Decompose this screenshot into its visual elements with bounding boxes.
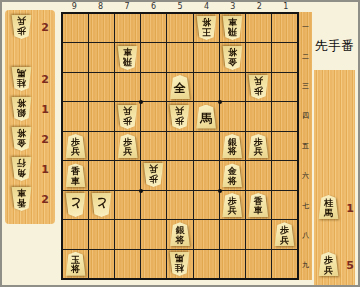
shogi-piece-gote[interactable]: 歩兵 [117, 105, 138, 129]
shogi-piece-gote[interactable]: 角行 [11, 157, 32, 181]
board-cell-7-4[interactable]: 歩兵 [115, 102, 140, 130]
piece-face: 歩兵 [274, 222, 295, 246]
column-label: 9 [61, 2, 87, 12]
piece-face: 金将 [222, 163, 243, 187]
board-cell-3-1[interactable]: 飛車 [220, 14, 245, 42]
board-cell-6-4[interactable] [141, 102, 166, 130]
board-cell-7-9[interactable] [115, 250, 140, 278]
board-cell-1-4[interactable] [272, 102, 297, 130]
piece-kanji: 車 [228, 17, 237, 27]
board-cell-6-1[interactable] [141, 14, 166, 42]
piece-kanji: 馬 [200, 112, 212, 125]
board-cell-3-2[interactable]: 金将 [220, 43, 245, 71]
board-cell-2-8[interactable] [246, 220, 271, 248]
board-cell-6-2[interactable] [141, 43, 166, 71]
row-label: 一 [299, 12, 312, 42]
shogi-piece-gote[interactable]: 歩兵 [169, 105, 190, 129]
board-cell-9-4[interactable] [63, 102, 88, 130]
captured-count: 2 [37, 21, 53, 34]
piece-kanji: 兵 [175, 106, 184, 116]
board-cell-5-8[interactable]: 銀将 [167, 220, 192, 248]
board-cell-5-3[interactable]: 全 [167, 73, 192, 101]
piece-face: 歩兵 [169, 105, 190, 129]
board-cell-6-8[interactable] [141, 220, 166, 248]
board-cell-4-4[interactable]: 馬 [194, 102, 219, 130]
piece-face: 飛車 [117, 46, 138, 70]
shogi-piece-sente[interactable]: 歩兵 [274, 222, 295, 246]
board-cell-4-9[interactable] [194, 250, 219, 278]
shogi-piece-sente[interactable]: 香車 [65, 163, 86, 187]
piece-face: 歩兵 [143, 163, 164, 187]
shogi-piece-gote[interactable]: 桂馬 [169, 252, 190, 276]
piece-kanji: 歩 [175, 115, 184, 125]
piece-face: と [65, 193, 86, 217]
hoshi-dot [218, 100, 222, 104]
piece-kanji: 飛 [123, 56, 132, 66]
shogi-piece-sente[interactable]: 桂馬 [318, 195, 339, 219]
piece-face: 玉将 [65, 252, 86, 276]
row-label: 三 [299, 72, 312, 102]
captured-count: 2 [37, 73, 53, 86]
board-cell-9-1[interactable] [63, 14, 88, 42]
piece-kanji: 兵 [324, 266, 333, 276]
piece-kanji: 車 [71, 177, 80, 187]
board-cell-9-3[interactable] [63, 73, 88, 101]
board-cell-7-7[interactable] [115, 191, 140, 219]
shogi-piece-sente[interactable]: 歩兵 [65, 134, 86, 158]
piece-kanji: 馬 [175, 253, 184, 263]
board-cell-2-1[interactable] [246, 14, 271, 42]
column-label: 4 [193, 2, 219, 12]
piece-kanji: 将 [202, 17, 211, 27]
board-cell-5-7[interactable] [167, 191, 192, 219]
board-cell-7-8[interactable] [115, 220, 140, 248]
board-cell-2-6[interactable] [246, 161, 271, 189]
piece-kanji: 兵 [254, 147, 263, 157]
piece-kanji: 全 [174, 82, 186, 95]
shogi-piece-gote[interactable]: 金将 [222, 46, 243, 70]
shogi-piece-sente[interactable]: 金将 [222, 163, 243, 187]
captured-count: 2 [37, 193, 53, 206]
board-cell-5-6[interactable] [167, 161, 192, 189]
board-cell-3-3[interactable] [220, 73, 245, 101]
piece-kanji: 兵 [71, 147, 80, 157]
piece-kanji: 歩 [254, 86, 263, 96]
piece-kanji: 王 [202, 27, 211, 37]
piece-kanji: と [69, 197, 81, 210]
piece-kanji: 角 [17, 168, 26, 178]
board-cell-2-5[interactable]: 歩兵 [246, 132, 271, 160]
board-cell-8-4[interactable] [89, 102, 114, 130]
hoshi-dot [218, 189, 222, 193]
captured-count: 5 [342, 259, 358, 272]
piece-face: 銀将 [169, 222, 190, 246]
piece-kanji: 将 [175, 236, 184, 246]
board-cell-8-5[interactable] [89, 132, 114, 160]
column-label: 7 [114, 2, 140, 12]
piece-kanji: 兵 [149, 164, 158, 174]
piece-kanji: 兵 [280, 236, 289, 246]
board-cell-2-2[interactable] [246, 43, 271, 71]
column-label: 1 [273, 2, 299, 12]
piece-kanji: 将 [228, 147, 237, 157]
board-cell-7-2[interactable]: 飛車 [115, 43, 140, 71]
piece-kanji: 桂 [17, 78, 26, 88]
shogi-piece-gote[interactable]: 金将 [11, 127, 32, 151]
piece-kanji: 将 [71, 265, 80, 275]
piece-kanji: 飛 [228, 27, 237, 37]
board-cell-4-5[interactable] [194, 132, 219, 160]
board-cell-1-5[interactable] [272, 132, 297, 160]
piece-kanji: 行 [17, 158, 26, 168]
captured-count: 1 [37, 103, 53, 116]
board-cell-8-8[interactable] [89, 220, 114, 248]
shogi-piece-sente[interactable]: 歩兵 [222, 193, 243, 217]
board-cell-5-4[interactable]: 歩兵 [167, 102, 192, 130]
piece-face: 銀将 [11, 97, 32, 121]
board-cell-3-7[interactable]: 歩兵 [220, 191, 245, 219]
board-cell-5-9[interactable]: 桂馬 [167, 250, 192, 278]
board-cell-4-3[interactable] [194, 73, 219, 101]
piece-kanji: 歩 [123, 115, 132, 125]
piece-face: 歩兵 [248, 75, 269, 99]
shogi-piece-gote[interactable]: と [65, 193, 86, 217]
shogi-piece-gote[interactable]: 銀将 [11, 97, 32, 121]
captured-count: 1 [37, 163, 53, 176]
piece-kanji: 兵 [228, 206, 237, 216]
captured-count: 1 [342, 202, 358, 215]
board-cell-2-4[interactable] [246, 102, 271, 130]
row-label: 八 [299, 220, 312, 250]
board-cell-6-6[interactable]: 歩兵 [141, 161, 166, 189]
board-cell-7-3[interactable] [115, 73, 140, 101]
board-cell-6-7[interactable] [141, 191, 166, 219]
board-cell-8-3[interactable] [89, 73, 114, 101]
board-cell-3-6[interactable]: 金将 [220, 161, 245, 189]
board-cell-7-1[interactable] [115, 14, 140, 42]
board-cell-9-2[interactable] [63, 43, 88, 71]
board-cell-6-5[interactable] [141, 132, 166, 160]
shogi-piece-gote[interactable]: と [91, 193, 112, 217]
piece-face: 桂馬 [11, 67, 32, 91]
piece-kanji: 金 [17, 138, 26, 148]
shogi-piece-sente[interactable]: 歩兵 [318, 252, 339, 276]
row-label: 六 [299, 161, 312, 191]
piece-face: 桂馬 [169, 252, 190, 276]
piece-kanji: 車 [254, 206, 263, 216]
piece-kanji: 将 [17, 128, 26, 138]
piece-face: 歩兵 [117, 134, 138, 158]
piece-face: 銀将 [222, 134, 243, 158]
piece-face: 飛車 [222, 16, 243, 40]
row-label: 七 [299, 191, 312, 221]
piece-face: 王将 [196, 16, 217, 40]
shogi-piece-gote[interactable]: 歩兵 [248, 75, 269, 99]
column-label: 2 [246, 2, 272, 12]
shogi-piece-gote[interactable]: 歩兵 [143, 163, 164, 187]
shogi-app-window: 987654321 王将飛車飛車金将全歩兵歩兵歩兵馬歩兵歩兵銀将歩兵香車歩兵金将… [0, 0, 360, 287]
sente-captured-stand: 桂馬1歩兵5 [314, 70, 355, 285]
board-cell-7-5[interactable]: 歩兵 [115, 132, 140, 160]
piece-kanji: と [96, 197, 108, 210]
piece-face: と [91, 193, 112, 217]
board-cell-5-2[interactable] [167, 43, 192, 71]
row-label: 二 [299, 42, 312, 72]
piece-kanji: 将 [17, 98, 26, 108]
board-cell-9-8[interactable] [63, 220, 88, 248]
board-frame: 王将飛車飛車金将全歩兵歩兵歩兵馬歩兵歩兵銀将歩兵香車歩兵金将とと歩兵香車銀将歩兵… [61, 12, 299, 280]
shogi-piece-sente[interactable]: 香車 [248, 193, 269, 217]
board-cell-1-7[interactable] [272, 191, 297, 219]
shogi-piece-sente[interactable]: 銀将 [169, 222, 190, 246]
piece-kanji: 将 [228, 177, 237, 187]
board-cell-2-7[interactable]: 香車 [246, 191, 271, 219]
piece-face: 香車 [65, 163, 86, 187]
board-cell-1-2[interactable] [272, 43, 297, 71]
shogi-piece-gote[interactable]: 香車 [11, 187, 32, 211]
shogi-piece-gote[interactable]: 飛車 [117, 46, 138, 70]
board-cell-8-6[interactable] [89, 161, 114, 189]
board-cell-1-6[interactable] [272, 161, 297, 189]
piece-kanji: 銀 [17, 108, 26, 118]
shogi-piece-gote[interactable]: 飛車 [222, 16, 243, 40]
column-label: 6 [140, 2, 166, 12]
board-cell-1-3[interactable] [272, 73, 297, 101]
piece-kanji: 車 [17, 188, 26, 198]
piece-face: 歩兵 [248, 134, 269, 158]
piece-kanji: 将 [228, 47, 237, 57]
piece-face: 香車 [11, 187, 32, 211]
board-cell-2-9[interactable] [246, 250, 271, 278]
board-cell-3-4[interactable] [220, 102, 245, 130]
board-cell-2-3[interactable]: 歩兵 [246, 73, 271, 101]
piece-kanji: 桂 [175, 262, 184, 272]
board-cell-4-1[interactable]: 王将 [194, 14, 219, 42]
shogi-piece-sente[interactable]: 馬 [196, 105, 217, 129]
board-cell-8-9[interactable] [89, 250, 114, 278]
board-cell-4-6[interactable] [194, 161, 219, 189]
piece-face: 金将 [11, 127, 32, 151]
board-cell-9-6[interactable]: 香車 [63, 161, 88, 189]
board-cell-1-1[interactable] [272, 14, 297, 42]
shogi-piece-sente[interactable]: 歩兵 [248, 134, 269, 158]
board-cell-9-7[interactable]: と [63, 191, 88, 219]
board-cell-7-6[interactable] [115, 161, 140, 189]
piece-face: 歩兵 [222, 193, 243, 217]
piece-kanji: 馬 [324, 209, 333, 219]
board-cell-1-9[interactable] [272, 250, 297, 278]
gote-captured-stand: 歩兵2桂馬2銀将1金将2角行1香車2 [5, 10, 55, 224]
piece-face: 馬 [196, 105, 217, 129]
piece-kanji: 車 [123, 47, 132, 57]
piece-face: 全 [169, 75, 190, 99]
board-cell-9-9[interactable]: 玉将 [63, 250, 88, 278]
shogi-piece-gote[interactable]: 歩兵 [11, 15, 32, 39]
captured-count: 2 [37, 133, 53, 146]
column-label: 5 [167, 2, 193, 12]
board-cell-6-9[interactable] [141, 250, 166, 278]
board-cell-4-8[interactable] [194, 220, 219, 248]
board-cell-3-9[interactable] [220, 250, 245, 278]
piece-face: 歩兵 [11, 15, 32, 39]
piece-kanji: 金 [228, 56, 237, 66]
row-label: 四 [299, 101, 312, 131]
piece-kanji: 兵 [123, 106, 132, 116]
column-labels: 987654321 [61, 2, 299, 12]
shogi-piece-gote[interactable]: 桂馬 [11, 67, 32, 91]
piece-face: 桂馬 [318, 195, 339, 219]
piece-face: 歩兵 [117, 105, 138, 129]
row-labels: 一二三四五六七八九 [299, 12, 312, 280]
board-cell-5-1[interactable] [167, 14, 192, 42]
board-cell-3-8[interactable] [220, 220, 245, 248]
column-label: 8 [87, 2, 113, 12]
board-cell-3-5[interactable]: 銀将 [220, 132, 245, 160]
shogi-board: 王将飛車飛車金将全歩兵歩兵歩兵馬歩兵歩兵銀将歩兵香車歩兵金将とと歩兵香車銀将歩兵… [63, 14, 297, 278]
shogi-piece-gote[interactable]: 王将 [196, 16, 217, 40]
board-cell-9-5[interactable]: 歩兵 [63, 132, 88, 160]
board-cell-5-5[interactable] [167, 132, 192, 160]
shogi-piece-sente[interactable]: 歩兵 [117, 134, 138, 158]
piece-face: 歩兵 [65, 134, 86, 158]
board-cell-1-8[interactable]: 歩兵 [272, 220, 297, 248]
column-label: 3 [220, 2, 246, 12]
piece-kanji: 歩 [149, 174, 158, 184]
piece-kanji: 馬 [17, 68, 26, 78]
board-cell-8-2[interactable] [89, 43, 114, 71]
piece-kanji: 香 [17, 198, 26, 208]
board-cell-8-7[interactable]: と [89, 191, 114, 219]
hoshi-dot [139, 189, 143, 193]
piece-kanji: 兵 [123, 147, 132, 157]
piece-kanji: 兵 [254, 76, 263, 86]
piece-face: 角行 [11, 157, 32, 181]
board-cell-4-7[interactable] [194, 191, 219, 219]
row-label: 五 [299, 131, 312, 161]
piece-kanji: 歩 [17, 26, 26, 36]
board-cell-6-3[interactable] [141, 73, 166, 101]
piece-face: 歩兵 [318, 252, 339, 276]
shogi-piece-sente[interactable]: 玉将 [65, 252, 86, 276]
shogi-piece-sente[interactable]: 銀将 [222, 134, 243, 158]
board-cell-4-2[interactable] [194, 43, 219, 71]
piece-kanji: 兵 [17, 16, 26, 26]
turn-indicator: 先手番 [315, 38, 359, 55]
shogi-piece-sente[interactable]: 全 [169, 75, 190, 99]
row-label: 九 [299, 250, 312, 280]
piece-face: 金将 [222, 46, 243, 70]
piece-face: 香車 [248, 193, 269, 217]
board-cell-8-1[interactable] [89, 14, 114, 42]
